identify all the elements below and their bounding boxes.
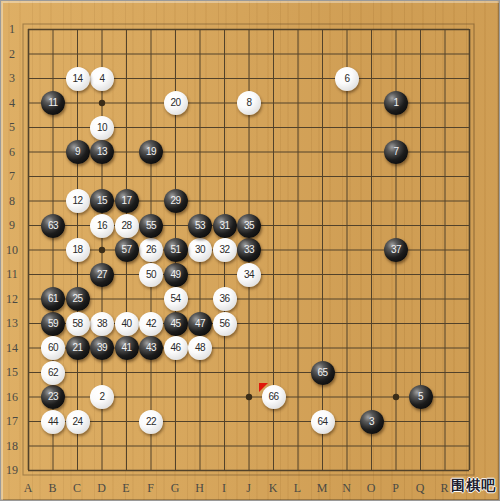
row-label-19: 19 — [6, 464, 18, 476]
stone-black-39-D14: 39 — [90, 336, 114, 360]
stone-white-32-I10: 32 — [213, 238, 237, 262]
stone-black-25-C12: 25 — [66, 287, 90, 311]
stone-white-8-J4: 8 — [237, 91, 261, 115]
go-board-diagram: 12345678910111213141516171819ABCDEFGHIJK… — [0, 0, 500, 501]
stone-black-13-D6: 13 — [90, 140, 114, 164]
stone-black-49-G11: 49 — [164, 263, 188, 287]
row-label-11: 11 — [6, 268, 18, 280]
col-label-C: C — [73, 482, 81, 494]
stone-white-60-B14: 60 — [41, 336, 65, 360]
row-label-13: 13 — [6, 317, 18, 329]
stone-white-62-B15: 62 — [41, 361, 65, 385]
stone-black-61-B12: 61 — [41, 287, 65, 311]
stone-white-64-M17: 64 — [311, 410, 335, 434]
stone-black-35-J9: 35 — [237, 214, 261, 238]
col-label-M: M — [317, 482, 328, 494]
col-label-H: H — [195, 482, 204, 494]
stone-black-53-H9: 53 — [188, 214, 212, 238]
stone-black-51-G10: 51 — [164, 238, 188, 262]
stone-black-23-B16: 23 — [41, 385, 65, 409]
last-move-marker — [259, 383, 268, 392]
stone-white-34-J11: 34 — [237, 263, 261, 287]
col-label-F: F — [147, 482, 154, 494]
stone-black-17-E8: 17 — [115, 189, 139, 213]
star-point-P16 — [393, 394, 399, 400]
stone-white-16-D9: 16 — [90, 214, 114, 238]
col-label-K: K — [269, 482, 278, 494]
col-label-P: P — [392, 482, 399, 494]
stone-white-6-N3: 6 — [335, 67, 359, 91]
stone-black-15-D8: 15 — [90, 189, 114, 213]
stone-white-40-E13: 40 — [115, 312, 139, 336]
col-label-B: B — [48, 482, 56, 494]
row-label-15: 15 — [6, 366, 18, 378]
row-label-3: 3 — [9, 72, 15, 84]
stone-white-24-C17: 24 — [66, 410, 90, 434]
stone-black-65-M15: 65 — [311, 361, 335, 385]
stone-black-3-O17: 3 — [360, 410, 384, 434]
stone-black-7-P6: 7 — [384, 140, 408, 164]
stone-black-21-C14: 21 — [66, 336, 90, 360]
row-label-12: 12 — [6, 293, 18, 305]
col-label-O: O — [367, 482, 376, 494]
stone-black-47-H13: 47 — [188, 312, 212, 336]
stone-white-48-H14: 48 — [188, 336, 212, 360]
star-point-D4 — [99, 100, 105, 106]
stone-black-11-B4: 11 — [41, 91, 65, 115]
stone-black-63-B9: 63 — [41, 214, 65, 238]
col-label-J: J — [246, 482, 251, 494]
col-label-A: A — [24, 482, 33, 494]
row-label-8: 8 — [9, 195, 15, 207]
star-point-J16 — [246, 394, 252, 400]
stone-white-26-F10: 26 — [139, 238, 163, 262]
row-label-16: 16 — [6, 391, 18, 403]
stone-black-55-F9: 55 — [139, 214, 163, 238]
stone-white-14-C3: 14 — [66, 67, 90, 91]
stone-white-28-E9: 28 — [115, 214, 139, 238]
row-label-18: 18 — [6, 440, 18, 452]
stone-black-29-G8: 29 — [164, 189, 188, 213]
col-label-D: D — [97, 482, 106, 494]
stone-white-54-G12: 54 — [164, 287, 188, 311]
row-label-1: 1 — [9, 23, 15, 35]
row-label-2: 2 — [9, 48, 15, 60]
stone-black-57-E10: 57 — [115, 238, 139, 262]
col-label-N: N — [342, 482, 351, 494]
row-label-7: 7 — [9, 170, 15, 182]
col-label-E: E — [122, 482, 129, 494]
stone-white-12-C8: 12 — [66, 189, 90, 213]
stone-white-38-D13: 38 — [90, 312, 114, 336]
stone-black-45-G13: 45 — [164, 312, 188, 336]
stone-black-9-C6: 9 — [66, 140, 90, 164]
row-label-14: 14 — [6, 342, 18, 354]
row-label-9: 9 — [9, 219, 15, 231]
stone-white-46-G14: 46 — [164, 336, 188, 360]
stone-black-19-F6: 19 — [139, 140, 163, 164]
stone-black-41-E14: 41 — [115, 336, 139, 360]
row-label-4: 4 — [9, 97, 15, 109]
stone-black-37-P10: 37 — [384, 238, 408, 262]
stone-white-30-H10: 30 — [188, 238, 212, 262]
col-label-I: I — [222, 482, 226, 494]
row-label-5: 5 — [9, 121, 15, 133]
stone-white-50-F11: 50 — [139, 263, 163, 287]
stone-black-31-I9: 31 — [213, 214, 237, 238]
stone-black-5-Q16: 5 — [409, 385, 433, 409]
watermark: 围棋吧 — [451, 477, 496, 495]
col-label-L: L — [294, 482, 301, 494]
stone-white-56-I13: 56 — [213, 312, 237, 336]
stone-black-33-J10: 33 — [237, 238, 261, 262]
stone-white-10-D5: 10 — [90, 116, 114, 140]
stone-white-20-G4: 20 — [164, 91, 188, 115]
stone-white-36-I12: 36 — [213, 287, 237, 311]
row-label-10: 10 — [6, 244, 18, 256]
row-label-17: 17 — [6, 415, 18, 427]
col-label-R: R — [440, 482, 448, 494]
stone-white-18-C10: 18 — [66, 238, 90, 262]
stone-white-4-D3: 4 — [90, 67, 114, 91]
col-label-Q: Q — [416, 482, 425, 494]
stone-white-44-B17: 44 — [41, 410, 65, 434]
stone-black-1-P4: 1 — [384, 91, 408, 115]
stone-black-27-D11: 27 — [90, 263, 114, 287]
col-label-G: G — [171, 482, 180, 494]
stone-white-22-F17: 22 — [139, 410, 163, 434]
stone-black-43-F14: 43 — [139, 336, 163, 360]
row-label-6: 6 — [9, 146, 15, 158]
stone-white-2-D16: 2 — [90, 385, 114, 409]
stone-black-59-B13: 59 — [41, 312, 65, 336]
stone-white-42-F13: 42 — [139, 312, 163, 336]
stone-white-58-C13: 58 — [66, 312, 90, 336]
star-point-D10 — [99, 247, 105, 253]
